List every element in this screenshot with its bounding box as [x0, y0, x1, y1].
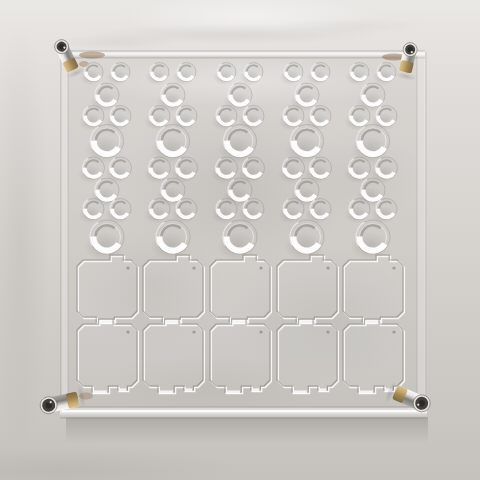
slot-cut-line: [77, 255, 137, 322]
piece-slot-r2c2[interactable]: [143, 319, 204, 394]
slot-tab-highlight: [252, 389, 260, 393]
slot-tab-highlight: [319, 389, 327, 393]
paper-crease: [272, 18, 432, 34]
slot-cut-line: [143, 319, 203, 392]
stain-mark: [79, 52, 105, 59]
plate-edge-top: [61, 51, 425, 58]
piece-slot-r1c4[interactable]: [277, 255, 338, 324]
plate-cast-shadow: [66, 417, 428, 443]
slot-pierce-dot: [392, 266, 395, 269]
piece-slot-r1c1[interactable]: [77, 255, 138, 324]
slot-tab-highlight: [93, 391, 107, 395]
piece-slot-r1c2[interactable]: [143, 255, 204, 324]
piece-slot-r2c3[interactable]: [210, 319, 271, 394]
slot-cut-line: [210, 255, 270, 322]
slot-tab-highlight: [226, 391, 240, 395]
slot-tab-highlight: [359, 391, 373, 395]
slot-cut-line: [210, 319, 270, 392]
piece-slot-r1c5[interactable]: [343, 255, 404, 324]
slot-tab-highlight: [159, 391, 173, 395]
plate-edge-bottom: [60, 407, 427, 418]
slot-tab-highlight: [185, 389, 193, 393]
board-photo-canvas: [0, 0, 480, 480]
slot-cut-line: [343, 319, 403, 392]
slot-pierce-dot: [126, 330, 129, 333]
plate-edge-left: [61, 51, 68, 409]
slot-cut-line: [343, 255, 403, 322]
plate-edge-right: [417, 51, 427, 413]
piece-slot-r2c1[interactable]: [77, 319, 138, 394]
piece-slot-r1c3[interactable]: [210, 255, 271, 324]
slot-cut-line: [277, 255, 337, 322]
slot-tab-highlight: [293, 391, 307, 395]
slot-cut-line: [277, 319, 337, 392]
slot-cut-line: [77, 319, 137, 392]
slot-pierce-dot: [192, 266, 195, 269]
slot-pierce-dot: [192, 330, 195, 333]
slot-pierce-dot: [326, 266, 329, 269]
slot-cut-line: [143, 255, 203, 322]
slot-pierce-dot: [392, 330, 395, 333]
acrylic-board-photo: [0, 0, 480, 480]
slot-pierce-dot: [259, 330, 262, 333]
acrylic-plate: [60, 51, 427, 418]
stain-mark: [79, 61, 89, 67]
slot-tab-highlight: [119, 389, 127, 393]
piece-slot-r2c4[interactable]: [277, 319, 338, 394]
slot-pierce-dot: [259, 266, 262, 269]
slot-pierce-dot: [126, 266, 129, 269]
slot-pierce-dot: [326, 330, 329, 333]
paper-crease: [58, 34, 178, 50]
